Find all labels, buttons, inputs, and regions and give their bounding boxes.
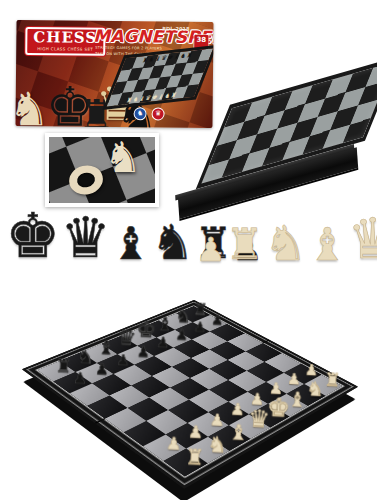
piece-black-pawn: ♟ [156, 336, 170, 351]
piece-white-rook: ♜ [185, 447, 205, 469]
chess-board: ♜♞♝♛♚♝♞♜♟♟♟♟♟♟♟♟♟♟♟♟♟♟♟♟♜♞♝♛♚♝♞♜ [22, 300, 358, 489]
piece-black-king: ♚ [135, 318, 156, 341]
piece-white-rook: ♜ [324, 371, 341, 390]
piece-white-pawn: ♟ [304, 363, 318, 378]
piece-black-pawn: ♟ [211, 313, 224, 327]
piece-black-pawn: ♟ [72, 371, 87, 387]
open-board-scene: ♜♞♝♛♚♝♞♜♟♟♟♟♟♟♟♟♟♟♟♟♟♟♟♟♜♞♝♛♚♝♞♜ [0, 0, 377, 500]
piece-black-rook: ♜ [55, 357, 72, 376]
piece-black-bishop: ♝ [97, 338, 114, 357]
piece-black-bishop: ♝ [156, 315, 173, 333]
piece-black-knight: ♞ [175, 307, 191, 325]
piece-white-knight: ♞ [306, 379, 325, 399]
piece-black-rook: ♜ [193, 301, 208, 318]
piece-white-pawn: ♟ [230, 402, 245, 419]
piece-white-knight: ♞ [207, 433, 228, 456]
piece-black-pawn: ♟ [94, 362, 108, 378]
piece-black-pawn: ♟ [193, 320, 206, 334]
open-board-tilt: ♜♞♝♛♚♝♞♜♟♟♟♟♟♟♟♟♟♟♟♟♟♟♟♟♜♞♝♛♚♝♞♜ [0, 0, 377, 500]
piece-black-pawn: ♟ [116, 353, 130, 368]
piece-white-bishop: ♝ [228, 422, 248, 444]
piece-white-pawn: ♟ [188, 424, 204, 442]
piece-black-knight: ♞ [76, 347, 94, 367]
product-photo: CHESS HIGH CLASS CHESS SET MAGNETSPEL RD… [0, 0, 377, 500]
piece-white-queen: ♛ [247, 407, 270, 432]
piece-black-pawn: ♟ [136, 344, 150, 359]
piece-white-pawn: ♟ [165, 436, 181, 454]
piece-black-queen: ♛ [116, 327, 136, 349]
board-square: ♟ [53, 372, 92, 393]
board-square [170, 378, 209, 400]
piece-white-pawn: ♟ [209, 413, 225, 430]
board-grid: ♜♞♝♛♚♝♞♜♟♟♟♟♟♟♟♟♟♟♟♟♟♟♟♟♜♞♝♛♚♝♞♜ [37, 306, 342, 476]
piece-black-pawn: ♟ [175, 328, 188, 343]
piece-white-pawn: ♟ [287, 372, 301, 388]
